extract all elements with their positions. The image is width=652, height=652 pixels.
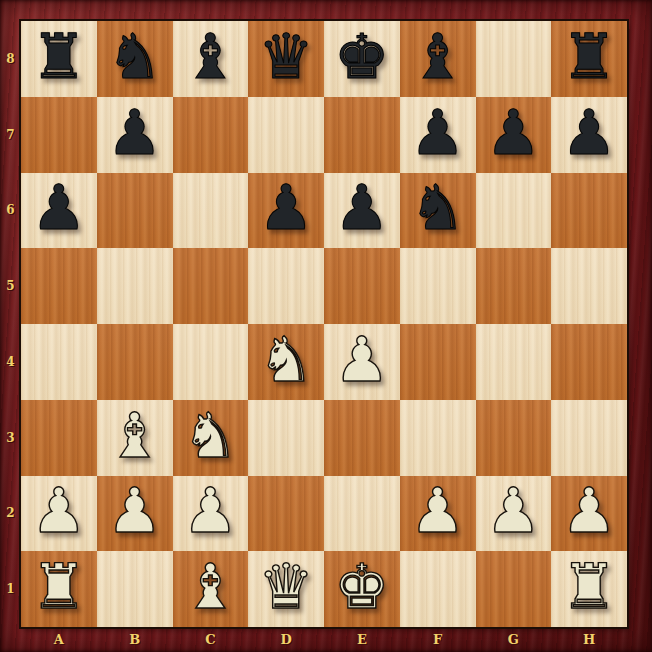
square-f4[interactable] [400, 324, 476, 400]
square-h5[interactable] [551, 248, 627, 324]
square-d2[interactable] [248, 476, 324, 552]
square-c8[interactable]: ♝ [173, 21, 249, 97]
square-e2[interactable] [324, 476, 400, 552]
square-d7[interactable] [248, 97, 324, 173]
square-h1[interactable]: ♜ [551, 551, 627, 627]
square-d4[interactable]: ♞ [248, 324, 324, 400]
white-bishop[interactable]: ♝ [183, 556, 239, 618]
square-f2[interactable]: ♟ [400, 476, 476, 552]
square-f5[interactable] [400, 248, 476, 324]
black-knight[interactable]: ♞ [107, 26, 163, 88]
square-a1[interactable]: ♜ [21, 551, 97, 627]
square-c2[interactable]: ♟ [173, 476, 249, 552]
square-g2[interactable]: ♟ [476, 476, 552, 552]
square-e6[interactable]: ♟ [324, 173, 400, 249]
white-king[interactable]: ♚ [334, 556, 390, 618]
square-b1[interactable] [97, 551, 173, 627]
file-label-c: C [173, 627, 249, 652]
black-pawn[interactable]: ♟ [31, 177, 87, 239]
square-h2[interactable]: ♟ [551, 476, 627, 552]
square-b3[interactable]: ♝ [97, 400, 173, 476]
square-f3[interactable] [400, 400, 476, 476]
square-h8[interactable]: ♜ [551, 21, 627, 97]
square-h7[interactable]: ♟ [551, 97, 627, 173]
white-pawn[interactable]: ♟ [486, 480, 542, 542]
square-c3[interactable]: ♞ [173, 400, 249, 476]
square-g3[interactable] [476, 400, 552, 476]
square-c6[interactable] [173, 173, 249, 249]
rank-label-2: 2 [0, 476, 21, 552]
square-a5[interactable] [21, 248, 97, 324]
square-d3[interactable] [248, 400, 324, 476]
black-rook[interactable]: ♜ [31, 26, 87, 88]
square-f6[interactable]: ♞ [400, 173, 476, 249]
file-label-h: H [551, 627, 627, 652]
square-c4[interactable] [173, 324, 249, 400]
white-rook[interactable]: ♜ [31, 556, 87, 618]
square-c1[interactable]: ♝ [173, 551, 249, 627]
white-pawn[interactable]: ♟ [410, 480, 466, 542]
white-pawn[interactable]: ♟ [334, 329, 390, 391]
white-bishop[interactable]: ♝ [107, 405, 163, 467]
file-label-a: A [21, 627, 97, 652]
square-g1[interactable] [476, 551, 552, 627]
square-a3[interactable] [21, 400, 97, 476]
rank-label-3: 3 [0, 400, 21, 476]
square-b4[interactable] [97, 324, 173, 400]
square-a4[interactable] [21, 324, 97, 400]
square-e3[interactable] [324, 400, 400, 476]
white-pawn[interactable]: ♟ [561, 480, 617, 542]
square-g8[interactable] [476, 21, 552, 97]
square-a7[interactable] [21, 97, 97, 173]
square-d5[interactable] [248, 248, 324, 324]
black-knight[interactable]: ♞ [410, 177, 466, 239]
square-d6[interactable]: ♟ [248, 173, 324, 249]
black-rook[interactable]: ♜ [561, 26, 617, 88]
black-king[interactable]: ♚ [334, 26, 390, 88]
file-label-b: B [97, 627, 173, 652]
rank-label-1: 1 [0, 551, 21, 627]
rank-label-7: 7 [0, 97, 21, 173]
file-label-f: F [400, 627, 476, 652]
black-bishop[interactable]: ♝ [410, 26, 466, 88]
square-b2[interactable]: ♟ [97, 476, 173, 552]
square-c7[interactable] [173, 97, 249, 173]
square-f8[interactable]: ♝ [400, 21, 476, 97]
white-knight[interactable]: ♞ [258, 329, 314, 391]
square-g4[interactable] [476, 324, 552, 400]
square-a8[interactable]: ♜ [21, 21, 97, 97]
square-e8[interactable]: ♚ [324, 21, 400, 97]
square-e4[interactable]: ♟ [324, 324, 400, 400]
square-d1[interactable]: ♛ [248, 551, 324, 627]
square-f1[interactable] [400, 551, 476, 627]
square-a2[interactable]: ♟ [21, 476, 97, 552]
rank-label-6: 6 [0, 173, 21, 249]
black-pawn[interactable]: ♟ [561, 102, 617, 164]
white-pawn[interactable]: ♟ [183, 480, 239, 542]
black-pawn[interactable]: ♟ [486, 102, 542, 164]
rank-label-5: 5 [0, 248, 21, 324]
black-pawn[interactable]: ♟ [258, 177, 314, 239]
white-pawn[interactable]: ♟ [31, 480, 87, 542]
square-h3[interactable] [551, 400, 627, 476]
square-h6[interactable] [551, 173, 627, 249]
black-pawn[interactable]: ♟ [410, 102, 466, 164]
white-queen[interactable]: ♛ [258, 556, 314, 618]
square-b8[interactable]: ♞ [97, 21, 173, 97]
black-pawn[interactable]: ♟ [334, 177, 390, 239]
square-g6[interactable] [476, 173, 552, 249]
square-b7[interactable]: ♟ [97, 97, 173, 173]
chess-board: ♜♞♝♛♚♝♜♟♟♟♟♟♟♟♞♞♟♝♞♟♟♟♟♟♟♜♝♛♚♜ [21, 21, 627, 627]
square-b6[interactable] [97, 173, 173, 249]
rank-label-4: 4 [0, 324, 21, 400]
rank-label-8: 8 [0, 21, 21, 97]
white-knight[interactable]: ♞ [183, 405, 239, 467]
file-label-g: G [476, 627, 552, 652]
file-label-d: D [248, 627, 324, 652]
black-queen[interactable]: ♛ [258, 26, 314, 88]
square-d8[interactable]: ♛ [248, 21, 324, 97]
square-e7[interactable] [324, 97, 400, 173]
square-g5[interactable] [476, 248, 552, 324]
white-pawn[interactable]: ♟ [107, 480, 163, 542]
black-bishop[interactable]: ♝ [183, 26, 239, 88]
file-label-e: E [324, 627, 400, 652]
square-e1[interactable]: ♚ [324, 551, 400, 627]
white-rook[interactable]: ♜ [561, 556, 617, 618]
square-b5[interactable] [97, 248, 173, 324]
square-h4[interactable] [551, 324, 627, 400]
square-c5[interactable] [173, 248, 249, 324]
square-f7[interactable]: ♟ [400, 97, 476, 173]
black-pawn[interactable]: ♟ [107, 102, 163, 164]
square-e5[interactable] [324, 248, 400, 324]
square-a6[interactable]: ♟ [21, 173, 97, 249]
square-g7[interactable]: ♟ [476, 97, 552, 173]
board-frame: ♜♞♝♛♚♝♜♟♟♟♟♟♟♟♞♞♟♝♞♟♟♟♟♟♟♜♝♛♚♜ 87654321A… [0, 0, 652, 652]
